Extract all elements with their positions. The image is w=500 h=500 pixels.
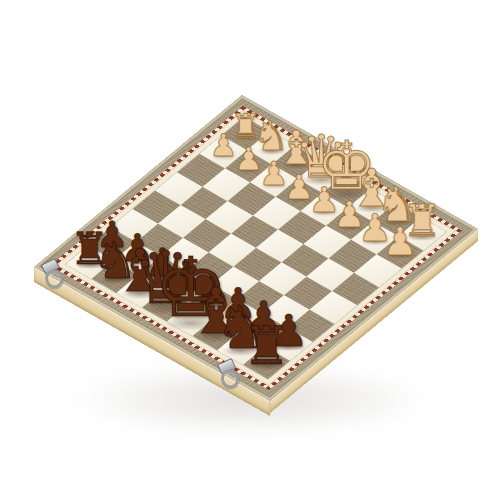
black-rook-glyph: ♜ — [243, 319, 291, 372]
product-photo-scene: ♜♞♝♛♚♝♞♜♟♟♟♟♟♟♟♟♟♟♟♟♟♟♟♟♜♞♝♛♚♝♞♜ — [0, 0, 500, 500]
white-pawn-glyph: ♟ — [382, 222, 417, 261]
white-pawn-glyph: ♟ — [209, 130, 237, 161]
